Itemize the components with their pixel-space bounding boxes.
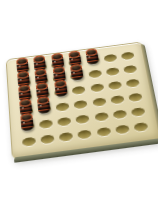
board-cell-r6c3[interactable] [56, 128, 77, 146]
board-cell-r6c1[interactable] [19, 133, 39, 151]
board-wrapper [6, 42, 158, 158]
dark-piece[interactable] [38, 99, 51, 113]
board-cell-r6c5[interactable] [93, 123, 114, 141]
dark-piece[interactable] [86, 52, 99, 65]
hole [90, 83, 104, 92]
hole [96, 127, 111, 137]
board-cell-r6c2[interactable] [37, 130, 57, 148]
hole [56, 102, 70, 111]
hole [126, 79, 140, 88]
hole [40, 134, 54, 144]
hole [110, 95, 124, 104]
hole [94, 112, 108, 122]
hole [134, 122, 149, 132]
hole [59, 131, 73, 141]
game-board[interactable] [6, 41, 158, 159]
hole [131, 107, 146, 117]
dark-piece[interactable] [70, 67, 83, 80]
hole [39, 119, 53, 129]
hole [57, 117, 71, 127]
hole [115, 124, 130, 134]
hole [104, 54, 118, 63]
hole [78, 129, 92, 139]
hole [106, 67, 120, 76]
hole [121, 52, 135, 61]
dark-piece[interactable] [21, 116, 34, 131]
hole [113, 109, 127, 119]
hole [74, 100, 88, 109]
hole [92, 97, 106, 106]
board-cell-r6c7[interactable] [131, 118, 153, 136]
photo-canvas [0, 0, 158, 200]
hole [124, 65, 138, 74]
hole [76, 114, 90, 124]
board-grid [14, 49, 152, 151]
hole [88, 70, 102, 79]
hole [108, 81, 122, 90]
hole [129, 93, 143, 102]
hole [22, 136, 36, 146]
hole [72, 86, 86, 95]
dark-piece[interactable] [54, 83, 67, 97]
board-cell-r6c4[interactable] [75, 125, 96, 143]
